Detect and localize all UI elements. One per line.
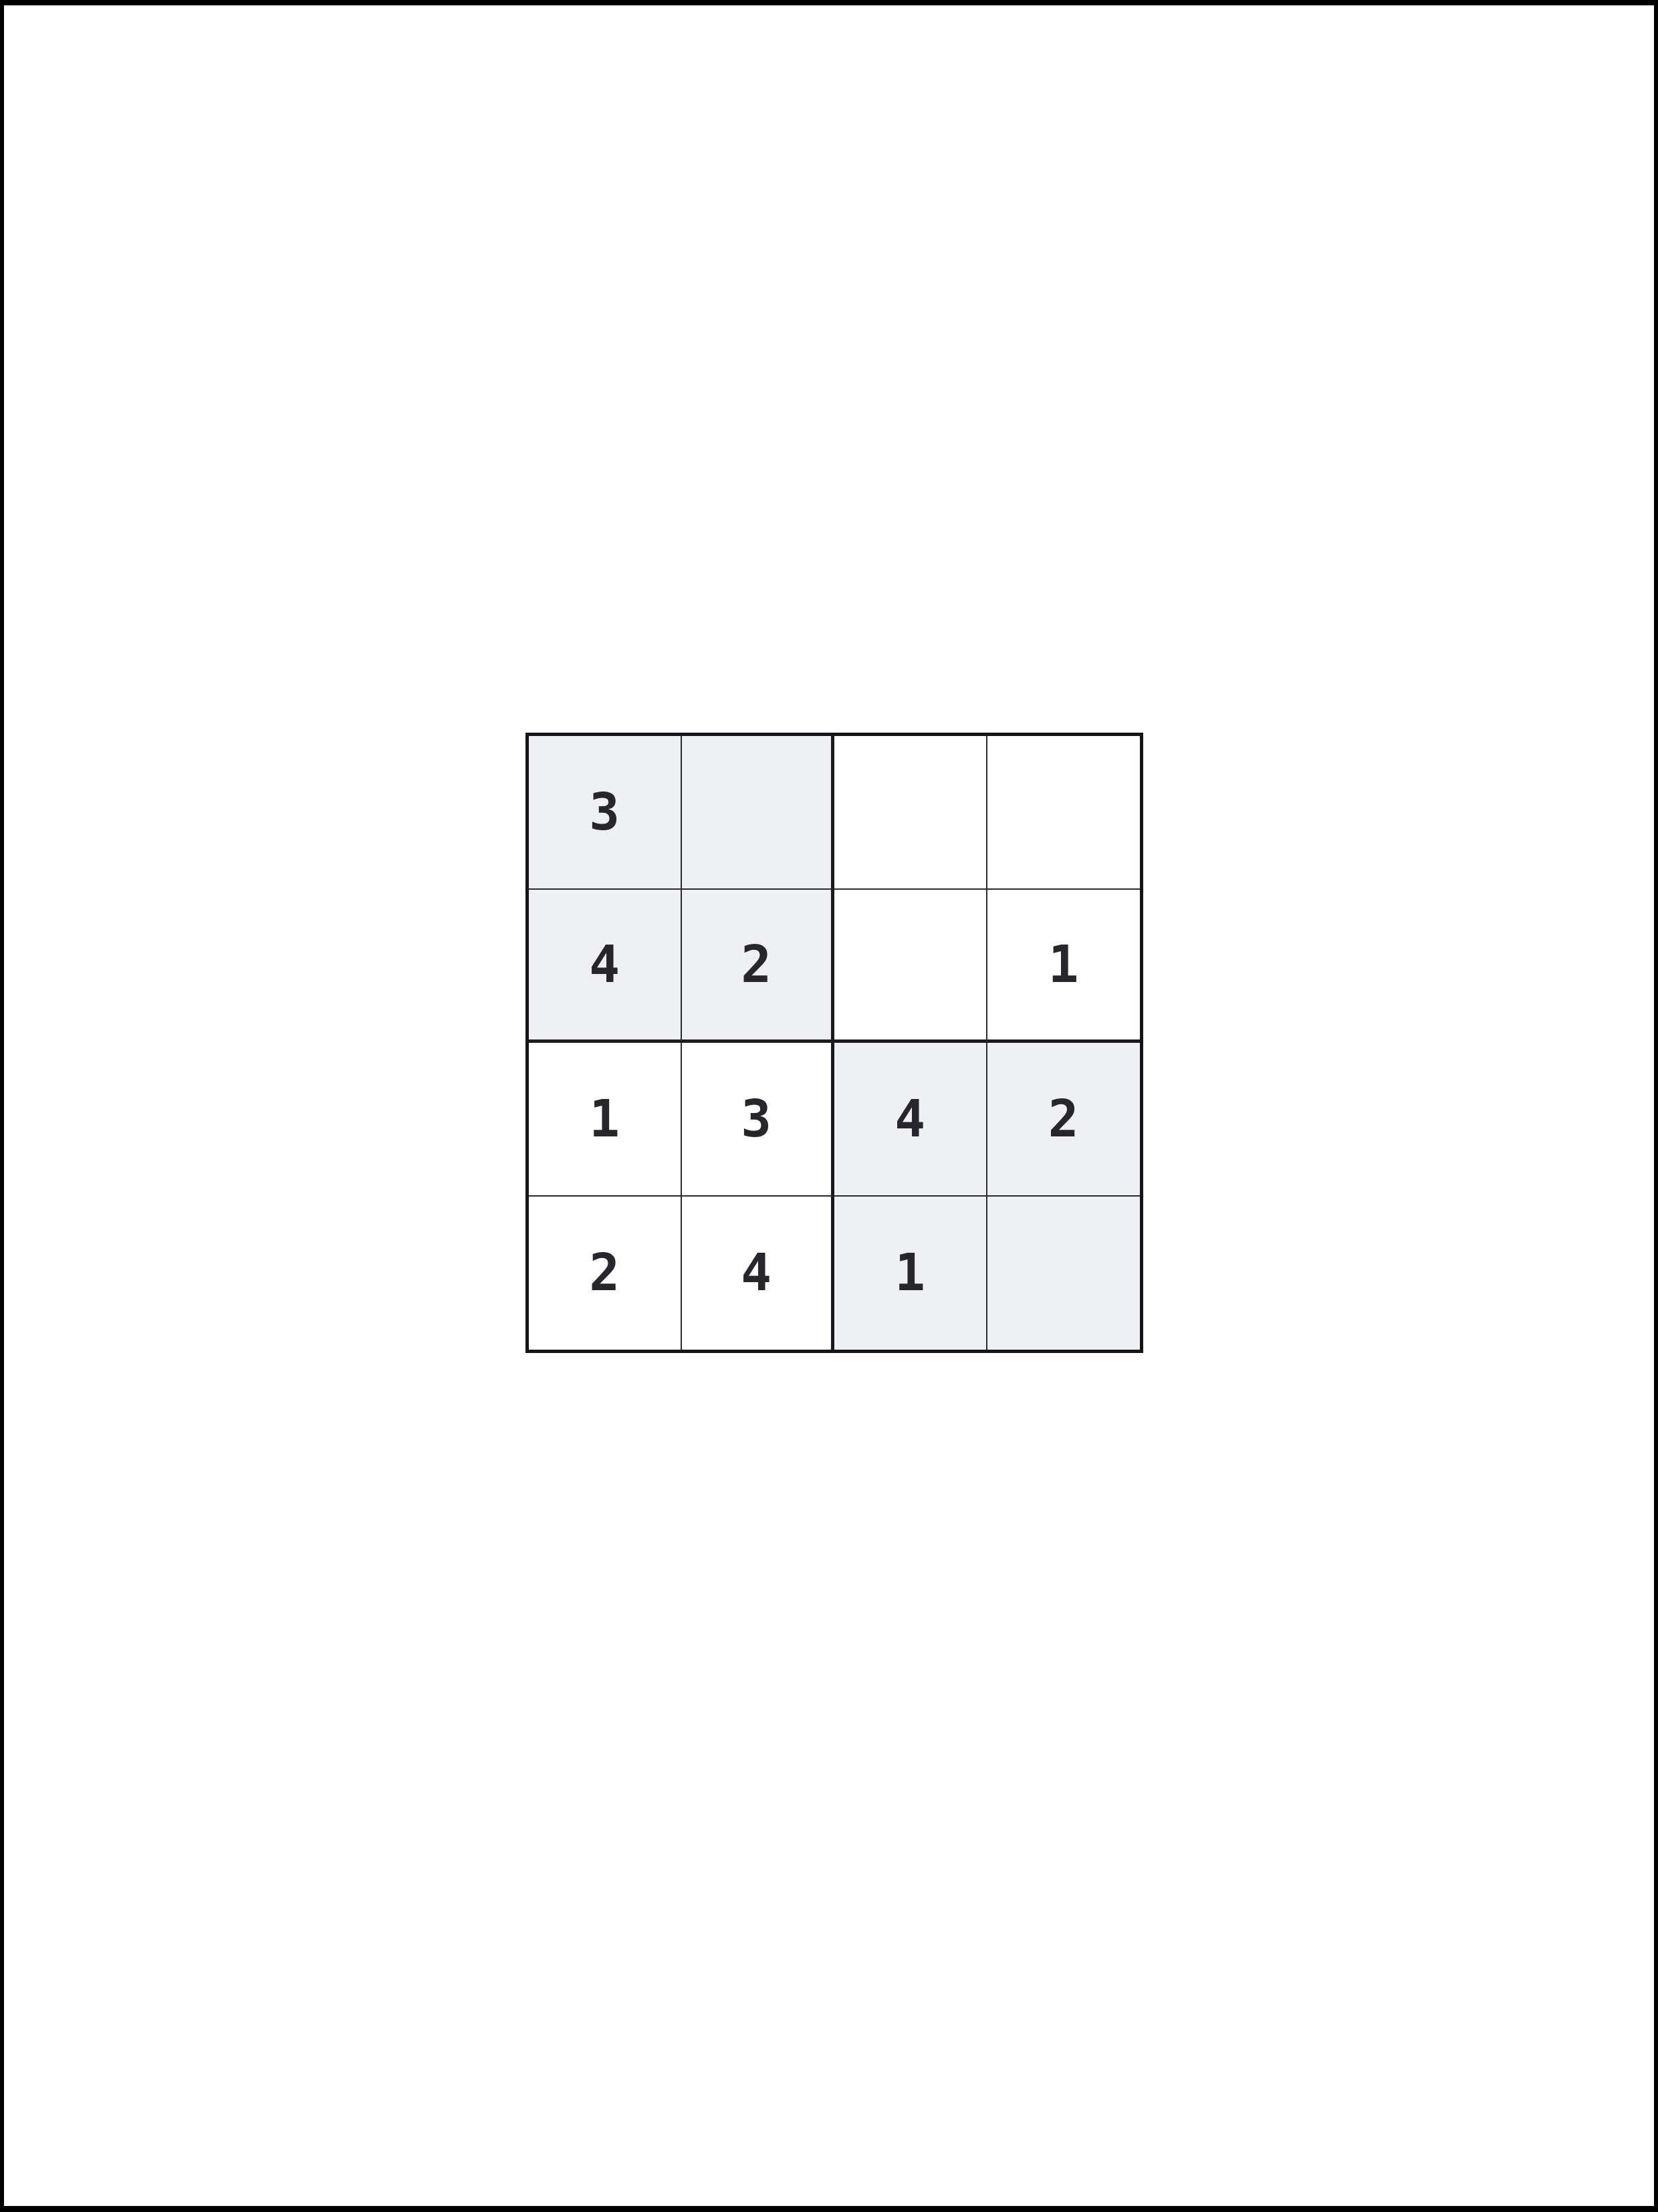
- cell-r3c1-given: 1: [529, 1043, 682, 1197]
- cell-r4c3-given: 1: [834, 1197, 987, 1350]
- printed-sudoku-page: 34211342241: [0, 0, 1658, 2212]
- cell-r4c4-empty: [987, 1197, 1141, 1350]
- cell-r3c3-given: 4: [834, 1043, 987, 1197]
- cell-r2c3-empty: [834, 890, 987, 1043]
- cell-r2c1-given: 4: [529, 890, 682, 1043]
- sudoku-board: 34211342241: [525, 733, 1143, 1353]
- cell-r2c4-given: 1: [987, 890, 1141, 1043]
- cell-r1c2-empty: [682, 736, 835, 890]
- cell-r4c1-given: 2: [529, 1197, 682, 1350]
- cell-r4c2-given: 4: [682, 1197, 835, 1350]
- cell-r1c4-empty: [987, 736, 1141, 890]
- cell-r3c2-given: 3: [682, 1043, 835, 1197]
- cell-r3c4-given: 2: [987, 1043, 1141, 1197]
- cell-r2c2-given: 2: [682, 890, 835, 1043]
- cell-r1c3-empty: [834, 736, 987, 890]
- cell-r1c1-given: 3: [529, 736, 682, 890]
